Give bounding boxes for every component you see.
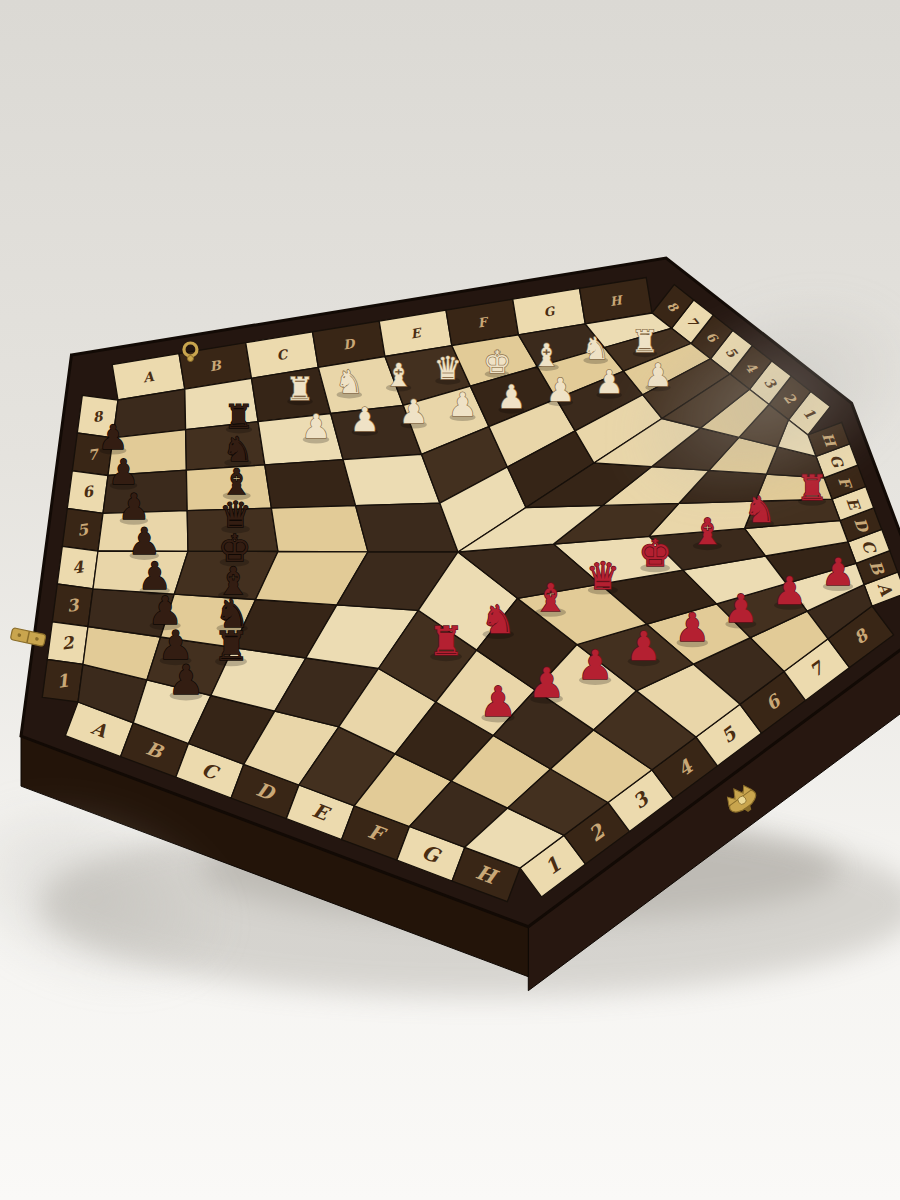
piece-white-pawn: ♟ [546, 371, 575, 409]
product-photo: ABCDEFGH12345678ABCDEFGH12345678ABCDEFGH… [0, 0, 900, 1200]
piece-white-pawn: ♟ [595, 363, 624, 400]
piece-red-pawn: ♟ [528, 659, 565, 707]
piece-red-queen: ♛ [586, 554, 620, 598]
piece-white-pawn: ♟ [399, 393, 428, 431]
piece-white-pawn: ♟ [301, 407, 331, 446]
piece-red-pawn: ♟ [772, 569, 806, 613]
piece-white-king: ♚ [483, 344, 511, 380]
piece-red-pawn: ♟ [724, 586, 759, 631]
piece-red-pawn: ♟ [821, 550, 855, 594]
three-player-chess-board: ABCDEFGH12345678ABCDEFGH12345678ABCDEFGH… [0, 0, 900, 1200]
piece-white-pawn: ♟ [644, 357, 672, 393]
piece-red-king: ♚ [639, 532, 672, 575]
piece-white-rook: ♜ [286, 370, 315, 408]
piece-red-rook: ♜ [796, 468, 827, 508]
piece-red-bishop: ♝ [533, 575, 567, 620]
piece-black-pawn: ♟ [168, 656, 205, 704]
piece-red-pawn: ♟ [675, 605, 710, 650]
board-cell [271, 506, 368, 552]
piece-red-knight: ♞ [744, 489, 776, 530]
piece-white-bishop: ♝ [533, 337, 561, 373]
piece-red-knight: ♞ [481, 597, 516, 642]
piece-white-knight: ♞ [335, 363, 364, 400]
piece-white-pawn: ♟ [448, 386, 477, 424]
piece-white-pawn: ♟ [497, 378, 526, 416]
piece-white-queen: ♛ [434, 350, 462, 386]
piece-red-bishop: ♝ [691, 510, 724, 553]
piece-white-rook: ♜ [631, 324, 658, 359]
piece-white-pawn: ♟ [350, 400, 380, 439]
piece-white-bishop: ♝ [384, 357, 412, 393]
piece-red-pawn: ♟ [626, 623, 662, 669]
piece-red-pawn: ♟ [577, 641, 613, 689]
piece-white-knight: ♞ [582, 330, 610, 366]
board-cell [265, 460, 356, 509]
piece-black-rook: ♜ [213, 623, 249, 669]
piece-red-rook: ♜ [428, 618, 463, 664]
piece-red-pawn: ♟ [479, 677, 516, 726]
